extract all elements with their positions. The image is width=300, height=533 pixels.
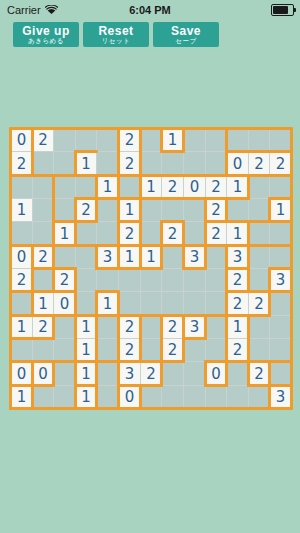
cell-r2c10[interactable] — [206, 152, 226, 175]
region-border-segment[interactable] — [139, 127, 143, 271]
cell-r10c5[interactable] — [97, 339, 118, 361]
cell-r11c12[interactable]: 2 — [249, 362, 269, 385]
cell-r1c1[interactable]: 0 — [11, 129, 32, 151]
clue-digit: 2 — [249, 292, 269, 315]
cell-r5c10[interactable]: 2 — [206, 222, 226, 245]
cell-r1c8[interactable]: 1 — [162, 129, 183, 151]
clue-digit: 1 — [141, 246, 161, 268]
cell-r12c12[interactable] — [249, 386, 269, 408]
cell-r4c9[interactable] — [184, 199, 205, 221]
clue-digit: 2 — [11, 152, 32, 175]
cell-r11c11[interactable] — [227, 362, 248, 385]
cell-r9c7[interactable] — [141, 316, 161, 338]
clue-digit: 2 — [206, 199, 226, 221]
cell-r9c5[interactable] — [97, 316, 118, 338]
cell-r9c12[interactable] — [249, 316, 269, 338]
cell-r5c3[interactable]: 1 — [54, 222, 75, 245]
cell-r2c8[interactable] — [162, 152, 183, 175]
cell-r2c3[interactable] — [54, 152, 75, 175]
clue-digit: 2 — [270, 152, 291, 175]
clue-digit: 2 — [227, 292, 248, 315]
cell-r5c13[interactable] — [270, 222, 291, 245]
cell-r7c12[interactable] — [249, 269, 269, 291]
cell-r7c9[interactable] — [184, 269, 205, 291]
cell-r8c11[interactable]: 2 — [227, 292, 248, 315]
clue-digit: 2 — [249, 152, 269, 175]
cell-r10c2[interactable] — [33, 339, 53, 361]
cell-r5c9[interactable] — [184, 222, 205, 245]
give-up-button[interactable]: Give up あきらめる — [13, 22, 79, 47]
cell-r2c4[interactable]: 1 — [76, 152, 96, 175]
clue-digit: 2 — [227, 269, 248, 291]
cell-r9c13[interactable] — [270, 316, 291, 338]
cell-r10c12[interactable] — [249, 339, 269, 361]
reset-sublabel: リセット — [102, 38, 131, 45]
cell-r10c1[interactable] — [11, 339, 32, 361]
cell-r7c2[interactable] — [33, 269, 53, 291]
cell-r1c7[interactable] — [141, 129, 161, 151]
region-border-segment[interactable] — [204, 360, 208, 388]
cell-r1c10[interactable] — [206, 129, 226, 151]
reset-label: Reset — [98, 25, 133, 37]
region-border-segment[interactable] — [52, 314, 56, 341]
clue-digit: 1 — [76, 152, 96, 175]
clue-digit: 3 — [227, 246, 248, 268]
cell-r6c2[interactable]: 2 — [33, 246, 53, 268]
status-bar: Carrier 6:04 PM — [0, 0, 300, 20]
cell-r12c10[interactable] — [206, 386, 226, 408]
clue-digit: 2 — [119, 316, 140, 338]
cell-r6c9[interactable]: 3 — [184, 246, 205, 268]
cell-r11c10[interactable]: 0 — [206, 362, 226, 385]
cell-r12c2[interactable] — [33, 386, 53, 408]
cell-r8c1[interactable] — [11, 292, 32, 315]
cell-r2c2[interactable] — [33, 152, 53, 175]
region-border-segment[interactable] — [74, 197, 251, 201]
cell-r7c1[interactable]: 2 — [11, 269, 32, 291]
clue-digit: 2 — [249, 362, 269, 385]
cell-r11c3[interactable] — [54, 362, 75, 385]
cell-r3c4[interactable] — [76, 176, 96, 198]
clue-digit: 1 — [76, 386, 96, 408]
cell-r12c8[interactable] — [162, 386, 183, 408]
cell-r8c12[interactable]: 2 — [249, 292, 269, 315]
cell-r4c8[interactable] — [162, 199, 183, 221]
clue-digit: 3 — [119, 362, 140, 385]
clue-digit: 1 — [227, 176, 248, 198]
region-border-segment[interactable] — [225, 244, 229, 388]
cell-r2c12[interactable]: 2 — [249, 152, 269, 175]
region-border-segment[interactable] — [139, 314, 143, 364]
cell-r5c11[interactable]: 1 — [227, 222, 248, 245]
clue-digit: 2 — [11, 269, 32, 291]
clue-digit: 0 — [33, 362, 53, 385]
clue-digit: 2 — [119, 152, 140, 175]
cell-r6c4[interactable] — [76, 246, 96, 268]
region-border-segment[interactable] — [204, 314, 208, 341]
cell-r12c4[interactable]: 1 — [76, 386, 96, 408]
clue-digit: 0 — [206, 362, 226, 385]
save-sublabel: セーブ — [175, 38, 196, 45]
save-label: Save — [171, 25, 201, 37]
region-border-segment[interactable] — [9, 127, 13, 411]
cell-r2c5[interactable] — [97, 152, 118, 175]
cell-r2c11[interactable]: 0 — [227, 152, 248, 175]
cell-r9c2[interactable]: 2 — [33, 316, 53, 338]
cell-r9c1[interactable]: 1 — [11, 316, 32, 338]
give-up-sublabel: あきらめる — [28, 38, 64, 45]
clue-digit: 1 — [11, 316, 32, 338]
cell-r3c6[interactable] — [119, 176, 140, 198]
region-border-segment[interactable] — [117, 290, 121, 411]
cell-r2c13[interactable]: 2 — [270, 152, 291, 175]
clue-digit: 0 — [11, 129, 32, 151]
clue-digit: 2 — [76, 199, 96, 221]
clue-digit: 2 — [206, 222, 226, 245]
clue-digit: 1 — [97, 176, 118, 198]
cell-r7c6[interactable] — [119, 269, 140, 291]
cell-r5c5[interactable] — [97, 222, 118, 245]
clue-digit: 1 — [76, 316, 96, 338]
cell-r2c7[interactable] — [141, 152, 161, 175]
cell-r3c3[interactable] — [54, 176, 75, 198]
clue-digit: 3 — [270, 386, 291, 408]
cell-r8c13[interactable] — [270, 292, 291, 315]
cell-r1c12[interactable] — [249, 129, 269, 151]
clue-digit: 0 — [11, 362, 32, 385]
cell-r10c3[interactable] — [54, 339, 75, 361]
clue-digit: 1 — [11, 199, 32, 221]
region-border-segment[interactable] — [52, 174, 56, 294]
region-border-segment[interactable] — [225, 197, 229, 224]
region-border-segment[interactable] — [160, 127, 164, 154]
clue-digit: 1 — [119, 199, 140, 221]
region-border-segment[interactable] — [9, 290, 78, 294]
clue-digit: 1 — [227, 222, 248, 245]
clue-digit: 1 — [119, 246, 140, 268]
region-border-segment[interactable] — [139, 384, 143, 411]
clue-digit: 2 — [141, 362, 161, 385]
cell-r8c6[interactable] — [119, 292, 140, 315]
cell-r4c11[interactable] — [227, 199, 248, 221]
cell-r3c11[interactable]: 1 — [227, 176, 248, 198]
cell-r3c8[interactable]: 2 — [162, 176, 183, 198]
region-border-segment[interactable] — [31, 127, 35, 178]
region-border-segment[interactable] — [74, 150, 99, 154]
cell-r5c12[interactable] — [249, 222, 269, 245]
cell-r9c9[interactable]: 3 — [184, 316, 205, 338]
region-border-segment[interactable] — [74, 267, 78, 411]
clue-digit: 2 — [162, 176, 183, 198]
cell-r5c8[interactable]: 2 — [162, 222, 183, 245]
region-border-segment[interactable] — [74, 150, 78, 178]
cell-r4c7[interactable] — [141, 199, 161, 221]
cell-r4c13[interactable]: 1 — [270, 199, 291, 221]
clue-digit: 2 — [119, 222, 140, 245]
cell-r3c1[interactable] — [11, 176, 32, 198]
cell-r4c12[interactable] — [249, 199, 269, 221]
cell-r7c8[interactable] — [162, 269, 183, 291]
cell-r11c2[interactable]: 0 — [33, 362, 53, 385]
clue-digit: 3 — [184, 246, 205, 268]
cell-r4c5[interactable] — [97, 199, 118, 221]
cell-r1c2[interactable]: 2 — [33, 129, 53, 151]
cell-r5c4[interactable] — [76, 222, 96, 245]
region-border-segment[interactable] — [225, 150, 294, 154]
cell-r4c3[interactable] — [54, 199, 75, 221]
region-border-segment[interactable] — [160, 314, 164, 388]
cell-r7c5[interactable] — [97, 269, 118, 291]
cell-r6c7[interactable]: 1 — [141, 246, 161, 268]
cell-r7c7[interactable] — [141, 269, 161, 291]
clue-digit: 2 — [33, 246, 53, 268]
cell-r10c13[interactable] — [270, 339, 291, 361]
save-button[interactable]: Save セーブ — [153, 22, 219, 47]
clue-digit: 0 — [227, 152, 248, 175]
region-border-segment[interactable] — [247, 174, 251, 201]
toolbar: Give up あきらめる Reset リセット Save セーブ — [13, 22, 219, 47]
region-border-segment[interactable] — [9, 127, 294, 131]
cell-r10c8[interactable]: 2 — [162, 339, 183, 361]
region-border-segment[interactable] — [160, 220, 164, 271]
region-border-segment[interactable] — [182, 314, 186, 364]
cell-r8c5[interactable]: 1 — [97, 292, 118, 315]
cell-r10c7[interactable] — [141, 339, 161, 361]
cell-r4c10[interactable]: 2 — [206, 199, 226, 221]
cell-r1c9[interactable] — [184, 129, 205, 151]
cell-r5c7[interactable] — [141, 222, 161, 245]
cell-r6c11[interactable]: 3 — [227, 246, 248, 268]
cell-r8c7[interactable] — [141, 292, 161, 315]
clue-digit: 3 — [184, 316, 205, 338]
clue-digit: 2 — [119, 339, 140, 361]
clue-digit: 0 — [184, 176, 205, 198]
cell-r12c5[interactable] — [97, 386, 118, 408]
clue-digit: 1 — [227, 316, 248, 338]
clue-digit: 1 — [76, 362, 96, 385]
cell-r6c13[interactable] — [270, 246, 291, 268]
cell-r10c4[interactable]: 1 — [76, 339, 96, 361]
cell-r10c9[interactable] — [184, 339, 205, 361]
cell-r10c11[interactable]: 2 — [227, 339, 248, 361]
clue-digit: 1 — [33, 292, 53, 315]
clue-digit: 2 — [227, 339, 248, 361]
clue-digit: 3 — [97, 246, 118, 268]
clue-digit: 1 — [141, 176, 161, 198]
cell-r11c1[interactable]: 0 — [11, 362, 32, 385]
reset-button[interactable]: Reset リセット — [83, 22, 149, 47]
cell-r12c3[interactable] — [54, 386, 75, 408]
cell-r3c2[interactable] — [33, 176, 53, 198]
clue-digit: 2 — [206, 176, 226, 198]
region-border-segment[interactable] — [95, 267, 164, 271]
cell-r1c11[interactable] — [227, 129, 248, 151]
cell-r4c1[interactable]: 1 — [11, 199, 32, 221]
cell-r5c2[interactable] — [33, 222, 53, 245]
region-border-segment[interactable] — [225, 290, 294, 294]
clue-digit: 2 — [162, 339, 183, 361]
cell-r7c4[interactable] — [76, 269, 96, 291]
cell-r9c8[interactable]: 2 — [162, 316, 183, 338]
cell-r12c13[interactable]: 3 — [270, 386, 291, 408]
region-border-segment[interactable] — [31, 360, 35, 411]
cell-r7c13[interactable]: 3 — [270, 269, 291, 291]
puzzle-board: 0221212022112021121211222102311332223101… — [10, 128, 291, 408]
cell-r12c11[interactable] — [227, 386, 248, 408]
cell-r8c8[interactable] — [162, 292, 183, 315]
cell-r11c13[interactable] — [270, 362, 291, 385]
clue-digit: 2 — [119, 129, 140, 151]
region-border-segment[interactable] — [204, 197, 208, 271]
give-up-label: Give up — [22, 25, 70, 37]
region-border-segment[interactable] — [9, 407, 294, 411]
cell-r8c10[interactable] — [206, 292, 226, 315]
cell-r9c4[interactable]: 1 — [76, 316, 96, 338]
cell-r12c7[interactable] — [141, 386, 161, 408]
cell-r6c6[interactable]: 1 — [119, 246, 140, 268]
cell-r8c2[interactable]: 1 — [33, 292, 53, 315]
region-border-segment[interactable] — [74, 197, 78, 248]
cell-r1c4[interactable] — [76, 129, 96, 151]
region-border-segment[interactable] — [290, 127, 294, 411]
cell-r12c6[interactable]: 0 — [119, 386, 140, 408]
cell-r6c3[interactable] — [54, 246, 75, 268]
region-border-segment[interactable] — [95, 174, 99, 224]
region-border-segment[interactable] — [9, 337, 56, 341]
cell-r5c1[interactable] — [11, 222, 32, 245]
cell-r1c6[interactable]: 2 — [119, 129, 140, 151]
clue-digit: 1 — [11, 386, 32, 408]
cell-r2c9[interactable] — [184, 152, 205, 175]
clock: 6:04 PM — [0, 4, 300, 16]
cell-r6c5[interactable]: 3 — [97, 246, 118, 268]
cell-r6c8[interactable] — [162, 246, 183, 268]
cell-r1c13[interactable] — [270, 129, 291, 151]
cell-r5c6[interactable]: 2 — [119, 222, 140, 245]
cell-r3c9[interactable]: 0 — [184, 176, 205, 198]
cell-r3c10[interactable]: 2 — [206, 176, 226, 198]
clue-digit: 1 — [76, 339, 96, 361]
cell-r3c13[interactable] — [270, 176, 291, 198]
cell-r9c6[interactable]: 2 — [119, 316, 140, 338]
region-border-segment[interactable] — [225, 127, 229, 178]
cell-r8c3[interactable]: 0 — [54, 292, 75, 315]
clue-digit: 1 — [162, 129, 183, 151]
region-border-segment[interactable] — [95, 290, 99, 411]
region-border-segment[interactable] — [52, 360, 56, 388]
region-border-segment[interactable] — [247, 314, 251, 388]
cell-r9c10[interactable] — [206, 316, 226, 338]
clue-digit: 0 — [54, 292, 75, 315]
clue-digit: 0 — [119, 386, 140, 408]
cell-r12c9[interactable] — [184, 386, 205, 408]
region-border-segment[interactable] — [182, 220, 186, 271]
clue-digit: 0 — [11, 246, 32, 268]
cell-r10c10[interactable] — [206, 339, 226, 361]
clue-digit: 2 — [33, 129, 53, 151]
cell-r2c6[interactable]: 2 — [119, 152, 140, 175]
clue-digit: 1 — [97, 292, 118, 315]
clue-digit: 2 — [162, 316, 183, 338]
clue-digit: 1 — [270, 199, 291, 221]
cell-r6c10[interactable] — [206, 246, 226, 268]
cell-r7c11[interactable]: 2 — [227, 269, 248, 291]
cell-r9c11[interactable]: 1 — [227, 316, 248, 338]
cell-r7c10[interactable] — [206, 269, 226, 291]
cell-r12c1[interactable]: 1 — [11, 386, 32, 408]
cell-r11c9[interactable] — [184, 362, 205, 385]
cell-r11c6[interactable]: 3 — [119, 362, 140, 385]
cell-r6c1[interactable]: 0 — [11, 246, 32, 268]
cell-r8c4[interactable] — [76, 292, 96, 315]
cell-r11c5[interactable] — [97, 362, 118, 385]
cell-r8c9[interactable] — [184, 292, 205, 315]
battery-icon — [271, 4, 294, 16]
cell-r1c3[interactable] — [54, 129, 75, 151]
region-border-segment[interactable] — [95, 244, 99, 271]
region-border-segment[interactable] — [117, 127, 121, 271]
cell-r3c7[interactable]: 1 — [141, 176, 161, 198]
cell-r4c2[interactable] — [33, 199, 53, 221]
clue-digit: 2 — [162, 222, 183, 245]
cell-r11c4[interactable]: 1 — [76, 362, 96, 385]
cell-r4c6[interactable]: 1 — [119, 199, 140, 221]
cell-r2c1[interactable]: 2 — [11, 152, 32, 175]
cell-r11c8[interactable] — [162, 362, 183, 385]
region-border-segment[interactable] — [182, 127, 186, 154]
region-border-segment[interactable] — [31, 244, 35, 318]
region-border-segment[interactable] — [247, 220, 251, 294]
cell-r6c12[interactable] — [249, 246, 269, 268]
cell-r7c3[interactable]: 2 — [54, 269, 75, 291]
cell-r1c5[interactable] — [97, 129, 118, 151]
cell-r9c3[interactable] — [54, 316, 75, 338]
clue-digit: 2 — [33, 316, 53, 338]
cell-r3c12[interactable] — [249, 176, 269, 198]
clue-digit: 2 — [54, 269, 75, 291]
clue-digit: 3 — [270, 269, 291, 291]
region-border-segment[interactable] — [268, 267, 272, 318]
region-border-segment[interactable] — [268, 360, 272, 411]
cell-r11c7[interactable]: 2 — [141, 362, 161, 385]
cell-r10c6[interactable]: 2 — [119, 339, 140, 361]
clue-digit: 1 — [54, 222, 75, 245]
cell-r4c4[interactable]: 2 — [76, 199, 96, 221]
cell-r3c5[interactable]: 1 — [97, 176, 118, 198]
region-border-segment[interactable] — [268, 197, 272, 224]
